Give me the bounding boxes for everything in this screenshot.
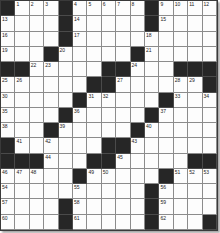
black-cell bbox=[59, 199, 73, 214]
clue-number: 22 bbox=[31, 62, 37, 68]
black-cell bbox=[59, 16, 73, 31]
cell[interactable]: 46 bbox=[1, 169, 15, 184]
cell[interactable]: 2 bbox=[30, 1, 44, 16]
cell[interactable] bbox=[30, 199, 44, 214]
cell[interactable] bbox=[30, 123, 44, 138]
cell[interactable]: 39 bbox=[59, 123, 73, 138]
black-cell bbox=[15, 62, 29, 77]
clue-number: 14 bbox=[74, 16, 80, 22]
clue-number: 37 bbox=[160, 108, 166, 114]
cell[interactable]: 3 bbox=[44, 1, 58, 16]
black-cell bbox=[44, 123, 58, 138]
black-cell bbox=[44, 47, 58, 62]
cell[interactable]: 34 bbox=[203, 93, 217, 108]
cell[interactable] bbox=[131, 77, 145, 92]
black-cell bbox=[145, 184, 159, 199]
cell[interactable] bbox=[44, 93, 58, 108]
black-cell bbox=[145, 108, 159, 123]
cell[interactable] bbox=[188, 16, 202, 31]
black-cell bbox=[116, 138, 130, 153]
black-cell bbox=[1, 62, 15, 77]
clue-number: 31 bbox=[88, 93, 94, 99]
black-cell bbox=[188, 154, 202, 169]
clue-number: 17 bbox=[74, 32, 80, 38]
cell[interactable] bbox=[30, 215, 44, 230]
cell[interactable]: 7 bbox=[116, 1, 130, 16]
black-cell bbox=[87, 77, 101, 92]
black-cell bbox=[59, 215, 73, 230]
cell[interactable]: 59 bbox=[159, 199, 173, 214]
black-cell bbox=[131, 47, 145, 62]
cell[interactable] bbox=[30, 47, 44, 62]
cell[interactable] bbox=[15, 123, 29, 138]
cell[interactable]: 22 bbox=[30, 62, 44, 77]
cell[interactable] bbox=[116, 215, 130, 230]
cell[interactable] bbox=[188, 199, 202, 214]
cell[interactable]: 47 bbox=[15, 169, 29, 184]
cell[interactable] bbox=[188, 138, 202, 153]
cell[interactable]: 52 bbox=[188, 169, 202, 184]
cell[interactable]: 58 bbox=[73, 199, 87, 214]
cell[interactable]: 33 bbox=[174, 93, 188, 108]
cell[interactable] bbox=[188, 215, 202, 230]
clue-number: 12 bbox=[204, 1, 210, 7]
cell[interactable]: 35 bbox=[1, 108, 15, 123]
clue-number: 61 bbox=[74, 215, 80, 221]
clue-number: 42 bbox=[45, 138, 51, 144]
clue-number: 10 bbox=[175, 1, 181, 7]
cell[interactable] bbox=[174, 32, 188, 47]
cell[interactable]: 55 bbox=[73, 184, 87, 199]
clue-number: 45 bbox=[117, 154, 123, 160]
cell[interactable]: 61 bbox=[73, 215, 87, 230]
clue-number: 9 bbox=[160, 1, 163, 7]
cell[interactable] bbox=[44, 32, 58, 47]
black-cell bbox=[203, 215, 217, 230]
cell[interactable]: 24 bbox=[131, 62, 145, 77]
clue-number: 29 bbox=[189, 77, 195, 83]
cell[interactable] bbox=[102, 16, 116, 31]
black-cell bbox=[30, 154, 44, 169]
cell[interactable] bbox=[145, 62, 159, 77]
clue-number: 20 bbox=[60, 47, 66, 53]
clue-number: 30 bbox=[2, 93, 8, 99]
cell[interactable] bbox=[44, 199, 58, 214]
black-cell bbox=[145, 215, 159, 230]
cell[interactable]: 5 bbox=[87, 1, 101, 16]
cell[interactable]: 62 bbox=[159, 215, 173, 230]
cell[interactable] bbox=[102, 123, 116, 138]
cell[interactable] bbox=[188, 108, 202, 123]
cell[interactable]: 19 bbox=[1, 47, 15, 62]
clue-number: 54 bbox=[2, 184, 8, 190]
cell[interactable] bbox=[59, 154, 73, 169]
black-cell bbox=[116, 62, 130, 77]
cell[interactable] bbox=[174, 215, 188, 230]
black-cell bbox=[1, 154, 15, 169]
cell[interactable] bbox=[87, 16, 101, 31]
clue-number: 1 bbox=[16, 1, 19, 7]
cell[interactable]: 41 bbox=[15, 138, 29, 153]
cell[interactable] bbox=[102, 47, 116, 62]
cell[interactable] bbox=[102, 199, 116, 214]
cell[interactable]: 60 bbox=[1, 215, 15, 230]
black-cell bbox=[159, 169, 173, 184]
black-cell bbox=[59, 1, 73, 16]
cell[interactable] bbox=[131, 199, 145, 214]
cell[interactable] bbox=[174, 154, 188, 169]
cell[interactable] bbox=[87, 123, 101, 138]
cell[interactable] bbox=[131, 184, 145, 199]
cell[interactable]: 12 bbox=[203, 1, 217, 16]
cell[interactable] bbox=[131, 154, 145, 169]
cell[interactable]: 18 bbox=[145, 32, 159, 47]
cell[interactable] bbox=[145, 169, 159, 184]
cell[interactable]: 45 bbox=[116, 154, 130, 169]
cell[interactable] bbox=[44, 215, 58, 230]
cell[interactable] bbox=[145, 138, 159, 153]
black-cell bbox=[102, 154, 116, 169]
cell[interactable] bbox=[44, 108, 58, 123]
clue-number: 36 bbox=[74, 108, 80, 114]
cell[interactable] bbox=[73, 62, 87, 77]
cell[interactable]: 32 bbox=[102, 93, 116, 108]
clue-number: 19 bbox=[2, 47, 8, 53]
clue-number: 51 bbox=[175, 169, 181, 175]
cell[interactable] bbox=[73, 77, 87, 92]
cell[interactable] bbox=[15, 199, 29, 214]
cell[interactable] bbox=[159, 123, 173, 138]
cell[interactable] bbox=[15, 93, 29, 108]
clue-number: 38 bbox=[2, 123, 8, 129]
crossword-puzzle: 1234567891011121314151617181920212223242… bbox=[0, 0, 220, 233]
cell[interactable] bbox=[30, 108, 44, 123]
clue-number: 41 bbox=[16, 138, 22, 144]
black-cell bbox=[203, 62, 217, 77]
cell[interactable] bbox=[44, 77, 58, 92]
cell[interactable] bbox=[87, 199, 101, 214]
clue-number: 21 bbox=[146, 47, 152, 53]
cell[interactable] bbox=[30, 93, 44, 108]
cell[interactable] bbox=[15, 16, 29, 31]
cell[interactable] bbox=[44, 184, 58, 199]
cell[interactable]: 54 bbox=[1, 184, 15, 199]
cell[interactable] bbox=[87, 184, 101, 199]
cell[interactable] bbox=[30, 184, 44, 199]
clue-number: 34 bbox=[204, 93, 210, 99]
cell[interactable]: 31 bbox=[87, 93, 101, 108]
cell[interactable] bbox=[203, 108, 217, 123]
black-cell bbox=[145, 199, 159, 214]
clue-number: 26 bbox=[16, 77, 22, 83]
cell[interactable] bbox=[116, 16, 130, 31]
clue-number: 5 bbox=[88, 1, 91, 7]
black-cell bbox=[15, 154, 29, 169]
cell[interactable]: 49 bbox=[87, 169, 101, 184]
cell[interactable] bbox=[102, 32, 116, 47]
clue-number: 47 bbox=[16, 169, 22, 175]
cell[interactable]: 29 bbox=[188, 77, 202, 92]
cell[interactable]: 21 bbox=[145, 47, 159, 62]
cell[interactable] bbox=[59, 138, 73, 153]
cell[interactable] bbox=[159, 138, 173, 153]
cell[interactable] bbox=[15, 108, 29, 123]
cell[interactable] bbox=[59, 184, 73, 199]
cell[interactable] bbox=[44, 169, 58, 184]
cell[interactable]: 48 bbox=[30, 169, 44, 184]
clue-number: 55 bbox=[74, 184, 80, 190]
black-cell bbox=[59, 32, 73, 47]
clue-number: 58 bbox=[74, 199, 80, 205]
cell[interactable]: 42 bbox=[44, 138, 58, 153]
cell[interactable]: 36 bbox=[73, 108, 87, 123]
cell[interactable] bbox=[188, 47, 202, 62]
cell[interactable] bbox=[116, 47, 130, 62]
cell[interactable] bbox=[203, 138, 217, 153]
cell[interactable] bbox=[73, 138, 87, 153]
clue-number: 44 bbox=[45, 154, 51, 160]
cell[interactable] bbox=[131, 16, 145, 31]
black-cell bbox=[102, 77, 116, 92]
cell[interactable] bbox=[174, 108, 188, 123]
cell[interactable] bbox=[30, 16, 44, 31]
black-cell bbox=[59, 108, 73, 123]
clue-number: 46 bbox=[2, 169, 8, 175]
cell[interactable]: 43 bbox=[131, 138, 145, 153]
cell[interactable]: 56 bbox=[159, 184, 173, 199]
cell[interactable]: 15 bbox=[159, 16, 173, 31]
cell[interactable]: 13 bbox=[1, 16, 15, 31]
clue-number: 16 bbox=[2, 32, 8, 38]
cell[interactable] bbox=[102, 108, 116, 123]
clue-number: 53 bbox=[204, 169, 210, 175]
cell[interactable] bbox=[131, 108, 145, 123]
black-cell bbox=[73, 169, 87, 184]
clue-number: 13 bbox=[2, 16, 8, 22]
cell[interactable] bbox=[102, 184, 116, 199]
cell[interactable]: 26 bbox=[15, 77, 29, 92]
cell[interactable]: 14 bbox=[73, 16, 87, 31]
cell[interactable]: 20 bbox=[59, 47, 73, 62]
cell[interactable] bbox=[145, 77, 159, 92]
clue-number: 2 bbox=[31, 1, 34, 7]
black-cell bbox=[145, 16, 159, 31]
cell[interactable]: 6 bbox=[102, 1, 116, 16]
black-cell bbox=[87, 154, 101, 169]
cell[interactable]: 9 bbox=[159, 1, 173, 16]
cell[interactable] bbox=[102, 215, 116, 230]
clue-number: 40 bbox=[146, 123, 152, 129]
cell[interactable] bbox=[87, 47, 101, 62]
cell[interactable] bbox=[131, 93, 145, 108]
cell[interactable] bbox=[59, 93, 73, 108]
cell[interactable] bbox=[159, 47, 173, 62]
clue-number: 59 bbox=[160, 199, 166, 205]
clue-number: 33 bbox=[175, 93, 181, 99]
cell[interactable] bbox=[203, 199, 217, 214]
clue-number: 24 bbox=[132, 62, 138, 68]
clue-number: 48 bbox=[31, 169, 37, 175]
black-cell bbox=[203, 154, 217, 169]
cell[interactable]: 44 bbox=[44, 154, 58, 169]
clue-number: 56 bbox=[160, 184, 166, 190]
clue-number: 11 bbox=[189, 1, 194, 7]
cell[interactable] bbox=[145, 93, 159, 108]
cell[interactable]: 38 bbox=[1, 123, 15, 138]
cell[interactable] bbox=[188, 123, 202, 138]
clue-number: 15 bbox=[160, 16, 166, 22]
clue-number: 23 bbox=[45, 62, 51, 68]
cell[interactable] bbox=[188, 184, 202, 199]
cell[interactable] bbox=[15, 47, 29, 62]
cell[interactable] bbox=[159, 62, 173, 77]
cell[interactable] bbox=[203, 47, 217, 62]
cell[interactable] bbox=[188, 93, 202, 108]
cell[interactable] bbox=[131, 215, 145, 230]
cell[interactable] bbox=[44, 16, 58, 31]
cell[interactable] bbox=[159, 32, 173, 47]
clue-number: 8 bbox=[132, 1, 135, 7]
black-cell bbox=[1, 138, 15, 153]
cell[interactable]: 40 bbox=[145, 123, 159, 138]
clue-number: 57 bbox=[2, 199, 8, 205]
clue-number: 43 bbox=[132, 138, 138, 144]
cell[interactable] bbox=[73, 47, 87, 62]
cell[interactable] bbox=[59, 62, 73, 77]
black-cell bbox=[131, 123, 145, 138]
cell[interactable]: 23 bbox=[44, 62, 58, 77]
clue-number: 7 bbox=[117, 1, 120, 7]
cell[interactable] bbox=[131, 32, 145, 47]
clue-number: 49 bbox=[88, 169, 94, 175]
black-cell bbox=[174, 62, 188, 77]
cell[interactable] bbox=[116, 199, 130, 214]
clue-number: 52 bbox=[189, 169, 195, 175]
cell[interactable] bbox=[15, 184, 29, 199]
cell[interactable] bbox=[59, 77, 73, 92]
cell[interactable] bbox=[203, 184, 217, 199]
cell[interactable] bbox=[145, 154, 159, 169]
cell[interactable] bbox=[159, 77, 173, 92]
clue-number: 6 bbox=[103, 1, 106, 7]
cell[interactable] bbox=[174, 123, 188, 138]
cell[interactable]: 30 bbox=[1, 93, 15, 108]
cell[interactable]: 11 bbox=[188, 1, 202, 16]
cell[interactable] bbox=[15, 32, 29, 47]
cell[interactable] bbox=[116, 108, 130, 123]
cell[interactable]: 25 bbox=[1, 77, 15, 92]
cell[interactable]: 8 bbox=[131, 1, 145, 16]
clue-number: 60 bbox=[2, 215, 8, 221]
cell[interactable] bbox=[203, 123, 217, 138]
cell[interactable] bbox=[73, 123, 87, 138]
cell[interactable] bbox=[174, 47, 188, 62]
cell[interactable] bbox=[87, 108, 101, 123]
black-cell bbox=[102, 138, 116, 153]
clue-number: 3 bbox=[45, 1, 48, 7]
crossword-grid: 1234567891011121314151617181920212223242… bbox=[0, 0, 218, 231]
cell[interactable] bbox=[116, 32, 130, 47]
black-cell bbox=[145, 1, 159, 16]
clue-number: 27 bbox=[117, 77, 123, 83]
clue-number: 18 bbox=[146, 32, 152, 38]
cell[interactable]: 57 bbox=[1, 199, 15, 214]
cell[interactable]: 1 bbox=[15, 1, 29, 16]
cell[interactable] bbox=[174, 138, 188, 153]
cell[interactable]: 51 bbox=[174, 169, 188, 184]
cell[interactable] bbox=[174, 184, 188, 199]
cell[interactable] bbox=[87, 62, 101, 77]
cell[interactable] bbox=[203, 16, 217, 31]
black-cell bbox=[1, 1, 15, 16]
cell[interactable] bbox=[116, 93, 130, 108]
cell[interactable] bbox=[59, 169, 73, 184]
cell[interactable]: 53 bbox=[203, 169, 217, 184]
cell[interactable] bbox=[15, 215, 29, 230]
cell[interactable]: 27 bbox=[116, 77, 130, 92]
cell[interactable] bbox=[116, 184, 130, 199]
cell[interactable] bbox=[174, 16, 188, 31]
cell[interactable] bbox=[30, 138, 44, 153]
black-cell bbox=[102, 62, 116, 77]
cell[interactable] bbox=[87, 215, 101, 230]
cell[interactable]: 28 bbox=[174, 77, 188, 92]
cell[interactable]: 50 bbox=[102, 169, 116, 184]
clue-number: 62 bbox=[160, 215, 166, 221]
clue-number: 25 bbox=[2, 77, 8, 83]
cell[interactable]: 4 bbox=[73, 1, 87, 16]
cell[interactable] bbox=[30, 77, 44, 92]
cell[interactable]: 17 bbox=[73, 32, 87, 47]
black-cell bbox=[73, 93, 87, 108]
cell[interactable] bbox=[87, 32, 101, 47]
cell[interactable] bbox=[131, 169, 145, 184]
cell[interactable] bbox=[174, 199, 188, 214]
cell[interactable] bbox=[30, 32, 44, 47]
cell[interactable] bbox=[116, 169, 130, 184]
cell[interactable] bbox=[87, 138, 101, 153]
black-cell bbox=[159, 93, 173, 108]
cell[interactable] bbox=[203, 32, 217, 47]
clue-number: 4 bbox=[74, 1, 77, 7]
clue-number: 28 bbox=[175, 77, 181, 83]
clue-number: 39 bbox=[60, 123, 66, 129]
cell[interactable]: 37 bbox=[159, 108, 173, 123]
black-cell bbox=[203, 77, 217, 92]
clue-number: 50 bbox=[103, 169, 109, 175]
clue-number: 35 bbox=[2, 108, 8, 114]
cell[interactable] bbox=[188, 32, 202, 47]
black-cell bbox=[188, 62, 202, 77]
cell[interactable] bbox=[73, 154, 87, 169]
cell[interactable] bbox=[116, 123, 130, 138]
cell[interactable]: 10 bbox=[174, 1, 188, 16]
cell[interactable] bbox=[159, 154, 173, 169]
clue-number: 32 bbox=[103, 93, 109, 99]
cell[interactable]: 16 bbox=[1, 32, 15, 47]
